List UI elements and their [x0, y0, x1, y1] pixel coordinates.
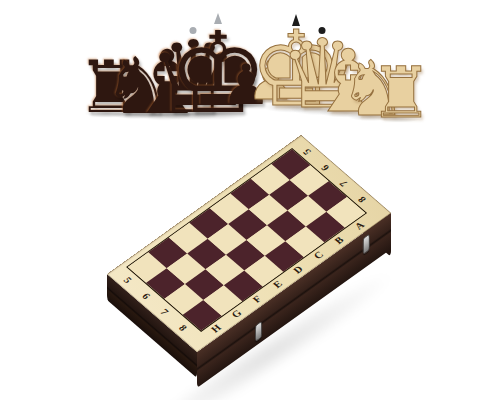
dark-queen-ball-finial-icon: [190, 27, 197, 34]
metal-clasp-icon: [363, 233, 370, 255]
chess-set-product-photo: ♜ ♞ ♝ ♛ ♚ ♟ ♟ ♚ ♛ ♝ ♞ ♜ H G F E D C B A …: [0, 0, 500, 400]
dark-king-spike-finial-icon: [214, 13, 222, 24]
light-king-spike-finial-icon: [292, 14, 300, 26]
piece-light-rook[interactable]: ♜: [370, 58, 433, 128]
light-queen-ball-finial-icon: [319, 27, 326, 34]
metal-clasp-icon: [255, 321, 262, 343]
